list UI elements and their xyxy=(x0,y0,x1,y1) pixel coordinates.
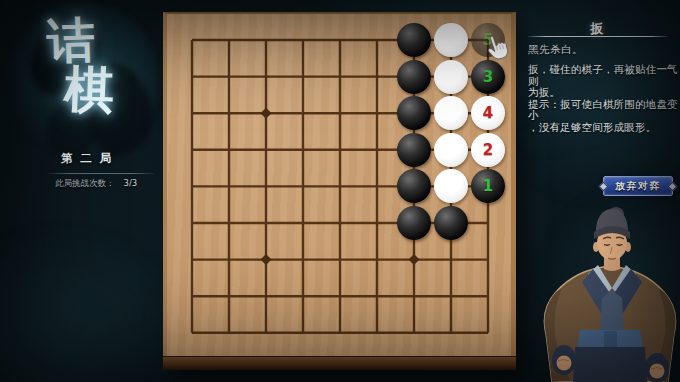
stone-black-move-3: 3 xyxy=(471,60,505,94)
mode-title-calligraphy: 诘 棋 xyxy=(0,0,165,200)
attempts-value: 3/3 xyxy=(124,178,138,190)
stone-black xyxy=(397,60,431,94)
divider xyxy=(528,36,668,37)
ink-cloud xyxy=(0,230,180,382)
stone-white xyxy=(434,133,468,167)
stone-black xyxy=(397,206,431,240)
move-number-label: 2 xyxy=(471,133,505,167)
move-number-label: 1 xyxy=(471,169,505,203)
mode-title-char-top: 诘 xyxy=(46,15,96,65)
give-up-button[interactable]: 放弃对弈 xyxy=(603,176,673,196)
attempts-label: 此局挑战次数： xyxy=(55,178,115,190)
lesson-body: 扳，碰住的棋子，再被贴住一气则 为扳。 提示：扳可使白棋所围的地盘变小 ，没有足… xyxy=(528,64,678,133)
stone-black xyxy=(397,169,431,203)
lesson-line: ，没有足够空间形成眼形。 xyxy=(528,122,678,134)
round-label: 第二局 xyxy=(30,151,150,166)
stone-black xyxy=(397,133,431,167)
lesson-line: 为扳。 xyxy=(528,87,678,99)
stone-white xyxy=(434,23,468,57)
stone-black xyxy=(434,206,468,240)
move-number-label: 4 xyxy=(471,96,505,130)
stone-black xyxy=(397,96,431,130)
stone-white-move-4: 4 xyxy=(471,96,505,130)
mode-title-char-bottom: 棋 xyxy=(63,64,115,116)
npc-scholar-figure xyxy=(540,202,680,382)
attempts-row: 此局挑战次数： 3/3 xyxy=(55,178,137,190)
lesson-line: 扳，碰住的棋子，再被贴住一气则 xyxy=(528,64,678,87)
goal-text: 黑先杀白。 xyxy=(528,43,583,57)
stone-black xyxy=(397,23,431,57)
stone-white xyxy=(434,169,468,203)
game-screen: 诘 棋 第二局 此局挑战次数： 3/3 34215 扳 黑先杀白。 扳，碰住的棋… xyxy=(0,0,680,382)
stone-white xyxy=(434,96,468,130)
go-board[interactable]: 34215 xyxy=(163,12,516,370)
move-number-label: 3 xyxy=(471,60,505,94)
stone-white-move-2: 2 xyxy=(471,133,505,167)
stone-black-move-1: 1 xyxy=(471,169,505,203)
lesson-line: 提示：扳可使白棋所围的地盘变小 xyxy=(528,99,678,122)
board-side-edge xyxy=(163,356,516,370)
stones-layer: 34215 xyxy=(163,12,516,356)
divider xyxy=(48,173,154,174)
stone-white xyxy=(434,60,468,94)
